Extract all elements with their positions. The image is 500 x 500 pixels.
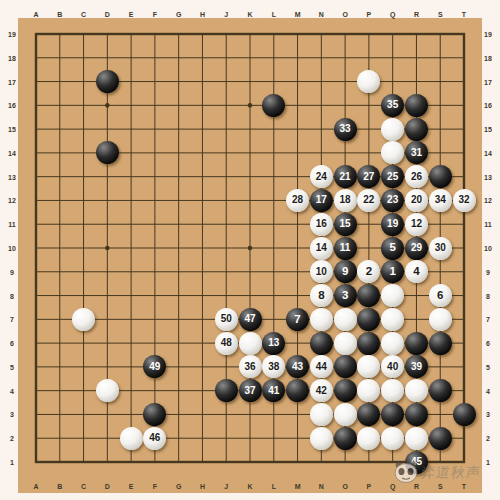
move-number: 46 [149,433,160,443]
stone-O11[interactable]: 15 [334,213,357,236]
stone-O10[interactable]: 11 [334,237,357,260]
move-number: 19 [387,219,398,229]
move-number: 47 [244,314,255,324]
move-number: 15 [340,219,351,229]
move-number: 22 [363,195,374,205]
coord-label-right-18: 18 [484,54,492,61]
move-number: 31 [411,148,422,158]
move-number: 40 [387,362,398,372]
coord-label-top-A: A [33,11,38,18]
stone-R2[interactable] [405,427,428,450]
move-number: 8 [318,290,324,302]
coord-label-left-3: 3 [10,411,14,418]
move-number: 42 [316,386,327,396]
coord-label-top-F: F [153,11,157,18]
move-number: 26 [411,172,422,182]
coord-label-bottom-J: J [224,483,228,490]
stone-Q10[interactable]: 5 [381,237,404,260]
coord-label-right-17: 17 [484,78,492,85]
coord-label-right-4: 4 [486,387,490,394]
move-number: 44 [316,362,327,372]
stone-Q16[interactable]: 35 [381,94,404,117]
stone-R12[interactable]: 20 [405,189,428,212]
stone-Q15[interactable] [381,118,404,141]
stone-Q7[interactable] [381,308,404,331]
move-number: 12 [411,219,422,229]
coord-label-left-10: 10 [8,245,16,252]
coord-label-left-11: 11 [8,221,15,228]
stone-O13[interactable]: 21 [334,165,357,188]
stone-N7[interactable] [310,308,333,331]
coord-label-top-D: D [105,11,110,18]
coord-label-right-10: 10 [484,245,492,252]
coord-label-right-2: 2 [486,435,490,442]
stone-N13[interactable]: 24 [310,165,333,188]
stone-L6[interactable]: 13 [262,332,285,355]
stone-M7[interactable]: 7 [286,308,309,331]
coord-label-left-18: 18 [8,54,16,61]
coord-label-top-E: E [129,11,134,18]
coord-label-bottom-H: H [200,483,205,490]
coord-label-right-8: 8 [486,292,490,299]
stone-Q12[interactable]: 23 [381,189,404,212]
move-number: 43 [292,362,303,372]
move-number: 24 [316,172,327,182]
move-number: 32 [458,195,469,205]
watermark: 弈道秋声 [393,456,499,488]
coord-label-right-15: 15 [484,126,492,133]
star-point-D16 [105,103,110,108]
stone-N12[interactable]: 17 [310,189,333,212]
stone-K7[interactable]: 47 [239,308,262,331]
stone-T3[interactable] [453,403,476,426]
stone-N10[interactable]: 14 [310,237,333,260]
coord-label-left-2: 2 [10,435,14,442]
move-number: 34 [435,195,446,205]
move-number: 33 [340,124,351,134]
stone-S10[interactable]: 30 [429,237,452,260]
stone-O3[interactable] [334,403,357,426]
stone-R4[interactable] [405,379,428,402]
coord-label-left-16: 16 [8,102,16,109]
stone-D17[interactable] [96,70,119,93]
move-number: 10 [316,267,327,277]
stone-S6[interactable] [429,332,452,355]
coord-label-top-O: O [342,11,347,18]
stone-E2[interactable] [120,427,143,450]
coord-label-right-16: 16 [484,102,492,109]
coord-label-top-L: L [272,11,276,18]
stone-S2[interactable] [429,427,452,450]
coord-label-bottom-P: P [367,483,372,490]
move-number: 3 [342,290,348,302]
coord-label-left-1: 1 [10,459,14,466]
stone-N8[interactable]: 8 [310,284,333,307]
coord-label-top-J: J [224,11,228,18]
coord-label-bottom-G: G [176,483,181,490]
coord-label-right-3: 3 [486,411,490,418]
stone-Q2[interactable] [381,427,404,450]
star-point-K10 [248,246,253,251]
move-number: 27 [363,172,374,182]
move-number: 5 [389,242,395,254]
coord-label-left-17: 17 [8,78,16,85]
move-number: 38 [268,362,279,372]
go-diagram: AABBCCDDEEFFGGHHJJKKLLMMNNOOPPQQRRSSTT19… [0,0,500,500]
coord-label-left-15: 15 [8,126,16,133]
coord-label-bottom-F: F [153,483,157,490]
coord-label-top-B: B [57,11,62,18]
stone-Q6[interactable] [381,332,404,355]
stone-O5[interactable] [334,355,357,378]
coord-label-left-4: 4 [10,387,14,394]
stone-R11[interactable]: 12 [405,213,428,236]
coord-label-right-6: 6 [486,340,490,347]
move-number: 18 [340,195,351,205]
stone-N4[interactable]: 42 [310,379,333,402]
move-number: 41 [268,386,279,396]
move-number: 4 [413,266,419,278]
move-number: 36 [244,362,255,372]
coord-label-top-R: R [414,11,419,18]
coord-label-top-P: P [367,11,372,18]
stone-D4[interactable] [96,379,119,402]
coord-label-left-8: 8 [10,292,14,299]
coord-label-right-7: 7 [486,316,490,323]
coord-label-top-M: M [295,11,301,18]
stone-O2[interactable] [334,427,357,450]
coord-label-right-5: 5 [486,363,490,370]
stone-R3[interactable] [405,403,428,426]
coord-label-left-19: 19 [8,31,16,38]
stone-K5[interactable]: 36 [239,355,262,378]
stone-N3[interactable] [310,403,333,426]
stone-S12[interactable]: 34 [429,189,452,212]
move-number: 50 [221,314,232,324]
stone-J4[interactable] [215,379,238,402]
stone-J7[interactable]: 50 [215,308,238,331]
move-number: 7 [294,314,300,326]
coord-label-left-7: 7 [10,316,14,323]
coord-label-left-13: 13 [8,173,16,180]
coord-label-bottom-K: K [247,483,252,490]
coord-label-right-13: 13 [484,173,492,180]
stone-T12[interactable]: 32 [453,189,476,212]
stone-N9[interactable]: 10 [310,260,333,283]
stone-Q3[interactable] [381,403,404,426]
move-number: 23 [387,195,398,205]
coord-label-left-12: 12 [8,197,16,204]
stone-O6[interactable] [334,332,357,355]
coord-label-bottom-L: L [272,483,276,490]
stone-R13[interactable]: 26 [405,165,428,188]
stone-R15[interactable] [405,118,428,141]
stone-R10[interactable]: 29 [405,237,428,260]
coord-label-bottom-N: N [319,483,324,490]
move-number: 30 [435,243,446,253]
stone-O7[interactable] [334,308,357,331]
coord-label-top-N: N [319,11,324,18]
move-number: 37 [244,386,255,396]
stone-P6[interactable] [357,332,380,355]
coord-label-bottom-C: C [81,483,86,490]
watermark-text: 弈道秋声 [420,465,482,479]
stone-O4[interactable] [334,379,357,402]
move-number: 16 [316,219,327,229]
stone-N2[interactable] [310,427,333,450]
stone-C7[interactable] [72,308,95,331]
stone-J6[interactable]: 48 [215,332,238,355]
coord-label-top-G: G [176,11,181,18]
stone-Q11[interactable]: 19 [381,213,404,236]
stone-M12[interactable]: 28 [286,189,309,212]
move-number: 35 [387,100,398,110]
star-point-K16 [248,103,253,108]
move-number: 17 [316,195,327,205]
stone-O12[interactable]: 18 [334,189,357,212]
coord-label-bottom-A: A [33,483,38,490]
stone-S13[interactable] [429,165,452,188]
watermark-logo-icon [393,459,419,485]
coord-label-right-12: 12 [484,197,492,204]
coord-label-bottom-O: O [342,483,347,490]
stone-N11[interactable]: 16 [310,213,333,236]
stone-R6[interactable] [405,332,428,355]
coord-label-top-Q: Q [390,11,395,18]
stone-N6[interactable] [310,332,333,355]
coord-label-bottom-D: D [105,483,110,490]
coord-label-top-C: C [81,11,86,18]
coord-label-left-5: 5 [10,363,14,370]
move-number: 25 [387,172,398,182]
move-number: 1 [389,266,395,278]
move-number: 39 [411,362,422,372]
move-number: 21 [340,172,351,182]
coord-label-right-19: 19 [484,31,492,38]
coord-label-top-H: H [200,11,205,18]
coord-label-bottom-E: E [129,483,134,490]
stone-S7[interactable] [429,308,452,331]
stone-S4[interactable] [429,379,452,402]
move-number: 2 [366,266,372,278]
move-number: 20 [411,195,422,205]
coord-label-bottom-B: B [57,483,62,490]
move-number: 29 [411,243,422,253]
stone-F2[interactable]: 46 [143,427,166,450]
stone-O15[interactable]: 33 [334,118,357,141]
stone-K4[interactable]: 37 [239,379,262,402]
move-number: 49 [149,362,160,372]
move-number: 28 [292,195,303,205]
coord-label-bottom-M: M [295,483,301,490]
move-number: 14 [316,243,327,253]
stone-L16[interactable] [262,94,285,117]
star-point-D10 [105,246,110,251]
stone-P2[interactable] [357,427,380,450]
stone-K6[interactable] [239,332,262,355]
coord-label-right-14: 14 [484,149,492,156]
coord-label-top-T: T [462,11,466,18]
move-number: 6 [437,290,443,302]
move-number: 11 [340,243,351,253]
coord-label-top-K: K [247,11,252,18]
coord-label-left-14: 14 [8,149,16,156]
stone-R16[interactable] [405,94,428,117]
coord-label-right-9: 9 [486,268,490,275]
coord-label-right-11: 11 [484,221,491,228]
move-number: 13 [268,338,279,348]
move-number: 48 [221,338,232,348]
coord-label-left-6: 6 [10,340,14,347]
stone-S8[interactable]: 6 [429,284,452,307]
move-number: 9 [342,266,348,278]
coord-label-top-S: S [438,11,443,18]
coord-label-left-9: 9 [10,268,14,275]
stone-O8[interactable]: 3 [334,284,357,307]
stone-O9[interactable]: 9 [334,260,357,283]
